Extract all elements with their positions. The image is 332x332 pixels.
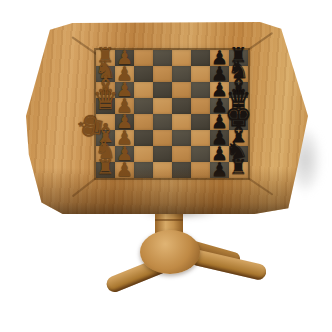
piece-bP: ♟: [210, 111, 229, 130]
piece-bP: ♟: [210, 79, 229, 98]
piece-bB: ♝: [229, 120, 248, 146]
chess-table-photo: ♜♟♟♜♞♟♟♞♝♟♟♝♛♟♟♛♚♟♟♚♝♟♟♝♞♟♟♞♜♟♟♜ Overhea…: [0, 0, 332, 332]
piece-bK: ♚: [229, 99, 248, 130]
piece-wB: ♝: [96, 72, 115, 98]
piece-wP: ♟: [115, 63, 134, 82]
piece-wN: ♞: [96, 58, 115, 82]
pieces-layer: ♜♟♟♜♞♟♟♞♝♟♟♝♛♟♟♛♚♟♟♚♝♟♟♝♞♟♟♞♜♟♟♜: [96, 50, 248, 178]
piece-bP: ♟: [210, 159, 229, 178]
piece-bN: ♞: [229, 58, 248, 82]
tabletop: ♜♟♟♜♞♟♟♞♝♟♟♝♛♟♟♛♚♟♟♚♝♟♟♝♞♟♟♞♜♟♟♜: [26, 22, 308, 214]
piece-bP: ♟: [210, 95, 229, 114]
pedestal-hub: [140, 230, 200, 274]
piece-wN: ♞: [96, 138, 115, 162]
piece-wP: ♟: [115, 159, 134, 178]
piece-bP: ♟: [210, 143, 229, 162]
piece-bP: ♟: [210, 47, 229, 66]
piece-wR: ♜: [96, 157, 115, 178]
piece-bR: ♜: [229, 157, 248, 178]
piece-wP: ♟: [115, 95, 134, 114]
piece-bN: ♞: [224, 136, 248, 164]
scene-caption: Overhead photo of an olive-wood pedestal…: [0, 0, 1, 1]
piece-wP: ♟: [115, 111, 134, 130]
piece-bP: ♟: [210, 63, 229, 82]
piece-bQ: ♛: [229, 85, 248, 114]
board-frame: ♜♟♟♜♞♟♟♞♝♟♟♝♛♟♟♛♚♟♟♚♝♟♟♝♞♟♟♞♜♟♟♜: [96, 50, 248, 178]
piece-wP: ♟: [115, 127, 134, 146]
piece-bP: ♟: [210, 127, 229, 146]
piece-wQ: ♛: [96, 85, 115, 114]
piece-wP: ♟: [115, 143, 134, 162]
piece-wP: ♟: [115, 79, 134, 98]
piece-wP: ♟: [115, 47, 134, 66]
piece-wB: ♝: [96, 120, 115, 146]
piece-bB: ♝: [229, 72, 248, 98]
